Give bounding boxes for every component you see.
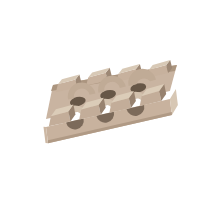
rail-illustration [0,0,210,210]
product-photo [0,0,210,210]
